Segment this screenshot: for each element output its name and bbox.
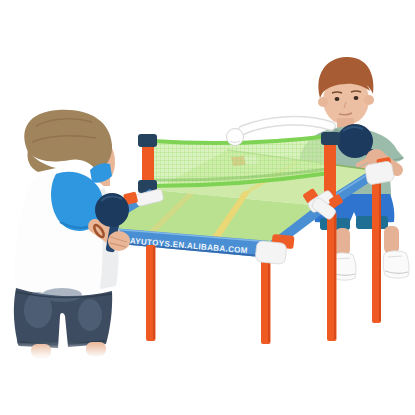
right-player-ear: [364, 95, 374, 105]
right-player-left-shin: [335, 228, 350, 256]
product-photo: SAYUTOYS.EN.ALIBABA.COM: [0, 0, 415, 415]
left-paddle-blade: [95, 193, 129, 227]
net-clip-top-left: [138, 134, 157, 147]
left-player-hand: [108, 231, 130, 251]
photo-fade: [0, 342, 150, 366]
right-paddle-blade: [337, 124, 373, 158]
scene-illustration: SAYUTOYS.EN.ALIBABA.COM: [0, 0, 415, 415]
right-player-right-shin: [384, 226, 399, 254]
right-player-ear: [318, 97, 328, 107]
net-clip-top-right: [321, 132, 340, 145]
